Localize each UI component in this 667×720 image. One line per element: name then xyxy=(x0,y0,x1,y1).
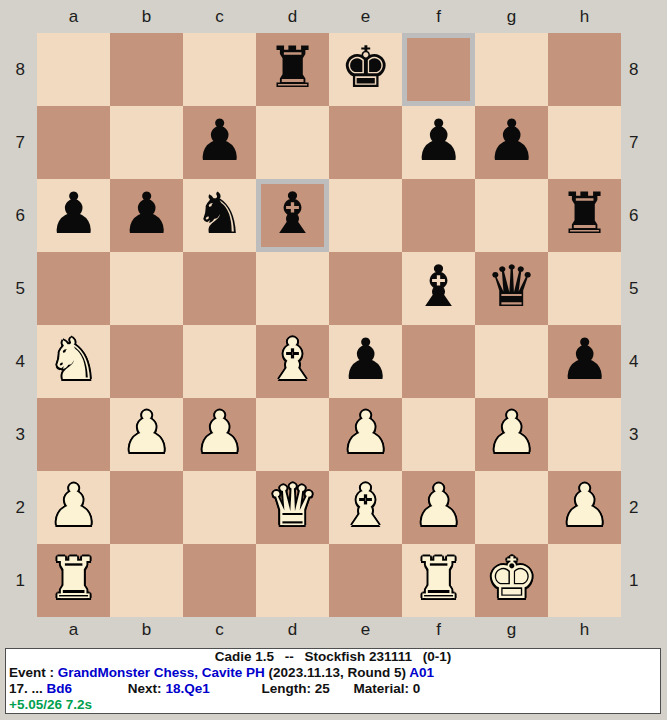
event-line: Event : GrandMonster Chess, Cavite PH (2… xyxy=(9,665,657,681)
square-d8[interactable]: ♜︎ xyxy=(256,33,329,106)
piece-black-king[interactable]: ♚︎ xyxy=(340,39,391,96)
file-label-e: e xyxy=(329,7,402,27)
piece-white-rook[interactable]: ♜︎ xyxy=(48,550,99,607)
square-e5[interactable] xyxy=(329,252,402,325)
file-label-h: h xyxy=(548,7,621,27)
rank-label-8: 8 xyxy=(0,33,31,106)
square-g4[interactable] xyxy=(475,325,548,398)
square-g6[interactable] xyxy=(475,179,548,252)
piece-black-queen[interactable]: ♛︎ xyxy=(486,258,537,315)
file-labels-bottom: abcdefgh xyxy=(37,620,621,640)
file-label-g: g xyxy=(475,620,548,640)
move-number: 17. xyxy=(9,681,28,696)
square-b3[interactable]: ♟︎ xyxy=(110,398,183,471)
square-f5[interactable]: ♝︎ xyxy=(402,252,475,325)
rank-labels-right: 87654321 xyxy=(626,33,656,617)
file-label-g: g xyxy=(475,7,548,27)
eco-code: A01 xyxy=(409,665,434,680)
square-h6[interactable]: ♜︎ xyxy=(548,179,621,252)
piece-white-bishop[interactable]: ♝︎ xyxy=(340,477,391,534)
black-engine-name: Stockfish 231111 xyxy=(305,649,412,664)
piece-white-pawn[interactable]: ♟︎ xyxy=(486,404,537,461)
square-b2[interactable] xyxy=(110,471,183,544)
square-a2[interactable]: ♟︎ xyxy=(37,471,110,544)
piece-black-pawn[interactable]: ♟︎ xyxy=(413,112,464,169)
square-d7[interactable] xyxy=(256,106,329,179)
square-e3[interactable]: ♟︎ xyxy=(329,398,402,471)
square-e1[interactable] xyxy=(329,544,402,617)
square-h8[interactable] xyxy=(548,33,621,106)
square-b6[interactable]: ♟︎ xyxy=(110,179,183,252)
square-a6[interactable]: ♟︎ xyxy=(37,179,110,252)
piece-white-pawn[interactable]: ♟︎ xyxy=(194,404,245,461)
square-g3[interactable]: ♟︎ xyxy=(475,398,548,471)
rank-label-4: 4 xyxy=(626,325,656,398)
piece-white-king[interactable]: ♚︎ xyxy=(486,550,537,607)
file-label-h: h xyxy=(548,620,621,640)
material-label: Material: xyxy=(354,681,410,696)
rank-label-7: 7 xyxy=(0,106,31,179)
piece-white-rook[interactable]: ♜︎ xyxy=(413,550,464,607)
square-c1[interactable] xyxy=(183,544,256,617)
piece-white-pawn[interactable]: ♟︎ xyxy=(413,477,464,534)
rank-label-5: 5 xyxy=(626,252,656,325)
square-a1[interactable]: ♜︎ xyxy=(37,544,110,617)
length-value: 25 xyxy=(315,681,330,696)
square-h4[interactable]: ♟︎ xyxy=(548,325,621,398)
square-c4[interactable] xyxy=(183,325,256,398)
square-h5[interactable] xyxy=(548,252,621,325)
square-c5[interactable] xyxy=(183,252,256,325)
move-line: 17. ... Bd6 Next: 18.Qe1 Length: 25 Mate… xyxy=(9,681,657,697)
chess-gui-window: abcdefgh 87654321 87654321 abcdefgh ♜︎♚︎… xyxy=(0,0,667,720)
rank-label-6: 6 xyxy=(626,179,656,252)
rank-label-1: 1 xyxy=(626,544,656,617)
piece-white-bishop[interactable]: ♝︎ xyxy=(267,331,318,388)
square-f4[interactable] xyxy=(402,325,475,398)
rank-label-7: 7 xyxy=(626,106,656,179)
rank-labels-left: 87654321 xyxy=(0,33,31,617)
file-label-b: b xyxy=(110,7,183,27)
piece-black-rook[interactable]: ♜︎ xyxy=(559,185,610,242)
square-c8[interactable] xyxy=(183,33,256,106)
file-label-a: a xyxy=(37,620,110,640)
square-f7[interactable]: ♟︎ xyxy=(402,106,475,179)
square-d4[interactable]: ♝︎ xyxy=(256,325,329,398)
square-b7[interactable] xyxy=(110,106,183,179)
rank-label-3: 3 xyxy=(626,398,656,471)
file-label-c: c xyxy=(183,7,256,27)
square-d1[interactable] xyxy=(256,544,329,617)
square-g2[interactable] xyxy=(475,471,548,544)
square-e4[interactable]: ♟︎ xyxy=(329,325,402,398)
piece-black-pawn[interactable]: ♟︎ xyxy=(194,112,245,169)
square-a5[interactable] xyxy=(37,252,110,325)
square-f3[interactable] xyxy=(402,398,475,471)
rank-label-6: 6 xyxy=(0,179,31,252)
piece-black-pawn[interactable]: ♟︎ xyxy=(48,185,99,242)
square-h7[interactable] xyxy=(548,106,621,179)
event-details: (2023.11.13, Round 5) xyxy=(269,665,406,680)
square-a3[interactable] xyxy=(37,398,110,471)
length-label: Length: xyxy=(261,681,311,696)
square-c6[interactable]: ♞︎ xyxy=(183,179,256,252)
square-e7[interactable] xyxy=(329,106,402,179)
piece-white-pawn[interactable]: ♟︎ xyxy=(340,404,391,461)
square-f2[interactable]: ♟︎ xyxy=(402,471,475,544)
square-f1[interactable]: ♜︎ xyxy=(402,544,475,617)
last-move: Bd6 xyxy=(47,681,73,696)
square-e6[interactable] xyxy=(329,179,402,252)
square-c2[interactable] xyxy=(183,471,256,544)
piece-white-knight[interactable]: ♞︎ xyxy=(48,331,99,388)
rank-label-3: 3 xyxy=(0,398,31,471)
square-g7[interactable]: ♟︎ xyxy=(475,106,548,179)
next-move: 18.Qe1 xyxy=(165,681,209,696)
next-label: Next: xyxy=(128,681,162,696)
piece-black-pawn[interactable]: ♟︎ xyxy=(486,112,537,169)
square-b5[interactable] xyxy=(110,252,183,325)
chess-board: ♜︎♚︎♟︎♟︎♟︎♟︎♟︎♞︎♝︎♜︎♝︎♛︎♞︎♝︎♟︎♟︎♟︎♟︎♟︎♟︎… xyxy=(37,33,621,617)
rank-label-4: 4 xyxy=(0,325,31,398)
piece-black-pawn[interactable]: ♟︎ xyxy=(340,331,391,388)
rank-label-2: 2 xyxy=(626,471,656,544)
piece-black-knight[interactable]: ♞︎ xyxy=(194,185,245,242)
square-h3[interactable] xyxy=(548,398,621,471)
file-label-d: d xyxy=(256,620,329,640)
file-label-f: f xyxy=(402,620,475,640)
game-result: (0-1) xyxy=(423,649,452,664)
game-header-line: Cadie 1.5 -- Stockfish 231111 (0-1) xyxy=(9,649,657,665)
piece-white-pawn[interactable]: ♟︎ xyxy=(559,477,610,534)
square-d5[interactable] xyxy=(256,252,329,325)
move-ellipsis: ... xyxy=(32,681,43,696)
square-f6[interactable] xyxy=(402,179,475,252)
material-value: 0 xyxy=(413,681,421,696)
square-b8[interactable] xyxy=(110,33,183,106)
file-label-f: f xyxy=(402,7,475,27)
rank-label-2: 2 xyxy=(0,471,31,544)
square-d6[interactable]: ♝︎ xyxy=(256,179,329,252)
white-engine-name: Cadie 1.5 xyxy=(215,649,274,664)
square-d3[interactable] xyxy=(256,398,329,471)
piece-black-bishop[interactable]: ♝︎ xyxy=(413,258,464,315)
square-a4[interactable]: ♞︎ xyxy=(37,325,110,398)
square-g1[interactable]: ♚︎ xyxy=(475,544,548,617)
square-b1[interactable] xyxy=(110,544,183,617)
piece-black-rook[interactable]: ♜︎ xyxy=(267,39,318,96)
square-h2[interactable]: ♟︎ xyxy=(548,471,621,544)
rank-label-1: 1 xyxy=(0,544,31,617)
square-f8[interactable] xyxy=(402,33,475,106)
file-label-c: c xyxy=(183,620,256,640)
piece-white-pawn[interactable]: ♟︎ xyxy=(121,404,172,461)
square-g8[interactable] xyxy=(475,33,548,106)
engine-eval-line: +5.05/26 7.2s xyxy=(9,697,657,713)
file-label-a: a xyxy=(37,7,110,27)
square-b4[interactable] xyxy=(110,325,183,398)
square-a7[interactable] xyxy=(37,106,110,179)
engines-separator: -- xyxy=(285,649,294,664)
piece-white-pawn[interactable]: ♟︎ xyxy=(48,477,99,534)
piece-black-pawn[interactable]: ♟︎ xyxy=(121,185,172,242)
square-d2[interactable]: ♛︎ xyxy=(256,471,329,544)
square-e2[interactable]: ♝︎ xyxy=(329,471,402,544)
rank-label-8: 8 xyxy=(626,33,656,106)
square-c7[interactable]: ♟︎ xyxy=(183,106,256,179)
rank-label-5: 5 xyxy=(0,252,31,325)
piece-white-queen[interactable]: ♛︎ xyxy=(267,477,318,534)
square-e8[interactable]: ♚︎ xyxy=(329,33,402,106)
file-label-d: d xyxy=(256,7,329,27)
file-label-e: e xyxy=(329,620,402,640)
event-label: Event : xyxy=(9,665,54,680)
piece-black-bishop[interactable]: ♝︎ xyxy=(267,185,318,242)
square-c3[interactable]: ♟︎ xyxy=(183,398,256,471)
square-h1[interactable] xyxy=(548,544,621,617)
status-bar: Cadie 1.5 -- Stockfish 231111 (0-1) Even… xyxy=(5,648,661,714)
square-a8[interactable] xyxy=(37,33,110,106)
file-label-b: b xyxy=(110,620,183,640)
file-labels-top: abcdefgh xyxy=(37,7,621,27)
event-name: GrandMonster Chess, Cavite PH xyxy=(58,665,265,680)
square-g5[interactable]: ♛︎ xyxy=(475,252,548,325)
piece-black-pawn[interactable]: ♟︎ xyxy=(559,331,610,388)
